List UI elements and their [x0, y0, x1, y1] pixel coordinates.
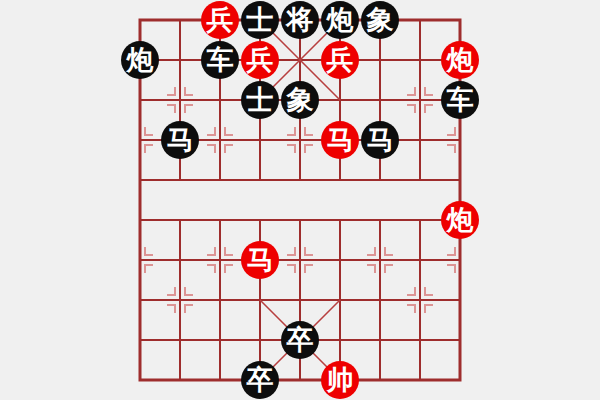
piece-red-cannon[interactable]: 炮 — [441, 201, 479, 239]
piece-red-king[interactable]: 帅 — [321, 361, 359, 399]
piece-black-cannon[interactable]: 炮 — [121, 41, 159, 79]
piece-black-advisor[interactable]: 士 — [241, 81, 279, 119]
piece-black-horse[interactable]: 马 — [361, 121, 399, 159]
piece-black-advisor[interactable]: 士 — [241, 1, 279, 39]
piece-black-chariot[interactable]: 车 — [441, 81, 479, 119]
piece-red-cannon[interactable]: 炮 — [441, 41, 479, 79]
piece-black-elephant[interactable]: 象 — [281, 81, 319, 119]
piece-red-horse[interactable]: 马 — [241, 241, 279, 279]
piece-red-pawn[interactable]: 兵 — [201, 1, 239, 39]
piece-black-elephant[interactable]: 象 — [361, 1, 399, 39]
piece-black-pawn[interactable]: 卒 — [281, 321, 319, 359]
piece-black-cannon[interactable]: 炮 — [321, 1, 359, 39]
piece-red-pawn[interactable]: 兵 — [241, 41, 279, 79]
board-pieces-grid: 兵士将炮象炮车兵兵炮士象车马马马炮马卒卒帅 — [120, 0, 480, 400]
piece-red-pawn[interactable]: 兵 — [321, 41, 359, 79]
piece-black-horse[interactable]: 马 — [161, 121, 199, 159]
piece-red-horse[interactable]: 马 — [321, 121, 359, 159]
xiangqi-board-screen: 兵士将炮象炮车兵兵炮士象车马马马炮马卒卒帅 — [0, 0, 600, 400]
piece-black-pawn[interactable]: 卒 — [241, 361, 279, 399]
piece-black-chariot[interactable]: 车 — [201, 41, 239, 79]
piece-black-king[interactable]: 将 — [281, 1, 319, 39]
